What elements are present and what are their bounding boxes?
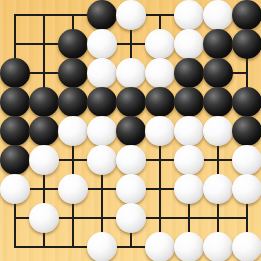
white-stone [174,29,204,59]
white-stone [232,174,261,204]
black-stone [174,58,204,88]
white-stone [87,58,117,88]
white-stone [116,58,146,88]
white-stone [87,29,117,59]
white-stone [87,145,117,175]
black-stone [58,29,88,59]
white-stone [116,203,146,233]
black-stone [116,116,146,146]
white-stone [203,116,233,146]
white-stone [174,174,204,204]
black-stone [203,29,233,59]
white-stone [174,232,204,261]
black-stone [232,116,261,146]
white-stone [174,145,204,175]
white-stone [58,116,88,146]
black-stone [58,87,88,117]
white-stone [145,116,175,146]
black-stone [87,87,117,117]
black-stone [145,87,175,117]
white-stone [29,203,59,233]
black-stone [0,58,30,88]
black-stone [58,58,88,88]
black-stone [0,87,30,117]
white-stone [116,174,146,204]
white-stone [87,116,117,146]
white-stone [116,0,146,30]
white-stone [203,0,233,30]
white-stone [145,58,175,88]
white-stone [87,232,117,261]
black-stone [232,0,261,30]
go-board[interactable] [0,0,261,261]
black-stone [29,116,59,146]
white-stone [203,174,233,204]
black-stone [174,87,204,117]
black-stone [116,87,146,117]
white-stone [29,145,59,175]
black-stone [232,29,261,59]
white-stone [232,145,261,175]
black-stone [29,87,59,117]
white-stone [145,232,175,261]
white-stone [174,116,204,146]
white-stone [116,145,146,175]
black-stone [0,116,30,146]
black-stone [0,145,30,175]
black-stone [203,58,233,88]
black-stone [203,87,233,117]
black-stone [87,0,117,30]
black-stone [232,87,261,117]
white-stone [0,174,30,204]
white-stone [58,174,88,204]
white-stone [174,0,204,30]
white-stone [232,232,261,261]
white-stone [145,29,175,59]
white-stone [203,232,233,261]
